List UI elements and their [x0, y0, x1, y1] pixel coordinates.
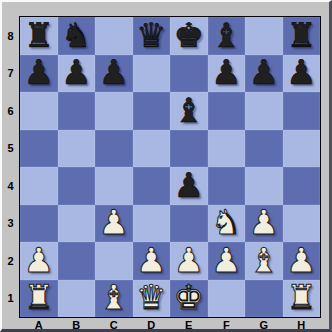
file-label-g: G	[245, 318, 283, 332]
black-bishop[interactable]: ♝	[211, 18, 241, 52]
square-a3[interactable]	[20, 205, 58, 243]
black-bishop[interactable]: ♝	[174, 93, 204, 127]
square-e2[interactable]: ♟	[170, 242, 208, 280]
square-c8[interactable]	[95, 17, 133, 55]
square-f7[interactable]: ♟	[208, 55, 246, 93]
file-labels: ABCDEFGH	[20, 318, 320, 332]
square-b4[interactable]	[58, 167, 96, 205]
black-pawn[interactable]: ♟	[211, 55, 241, 89]
square-f8[interactable]: ♝	[208, 17, 246, 55]
black-knight[interactable]: ♞	[61, 18, 91, 52]
rank-label-6: 6	[2, 92, 19, 130]
square-c4[interactable]	[95, 167, 133, 205]
square-f6[interactable]	[208, 92, 246, 130]
square-h6[interactable]	[283, 92, 321, 130]
white-bishop[interactable]: ♝	[249, 243, 279, 277]
square-h8[interactable]: ♜	[283, 17, 321, 55]
chessboard[interactable]: ♜♞♛♚♝♜♟♟♟♟♟♟♝♟♟♞♟♟♟♟♟♝♟♜♝♛♚♜	[19, 16, 321, 318]
square-c7[interactable]: ♟	[95, 55, 133, 93]
rank-label-2: 2	[2, 242, 19, 280]
square-c2[interactable]	[95, 242, 133, 280]
white-pawn[interactable]: ♟	[211, 243, 241, 277]
rank-label-5: 5	[2, 130, 19, 168]
square-b6[interactable]	[58, 92, 96, 130]
square-a8[interactable]: ♜	[20, 17, 58, 55]
square-g8[interactable]	[245, 17, 283, 55]
square-g1[interactable]	[245, 280, 283, 318]
square-g7[interactable]: ♟	[245, 55, 283, 93]
rank-label-3: 3	[2, 205, 19, 243]
black-pawn[interactable]: ♟	[99, 55, 129, 89]
square-a1[interactable]: ♜	[20, 280, 58, 318]
white-rook[interactable]: ♜	[24, 280, 54, 314]
square-f2[interactable]: ♟	[208, 242, 246, 280]
square-e4[interactable]: ♟	[170, 167, 208, 205]
square-c1[interactable]: ♝	[95, 280, 133, 318]
square-b7[interactable]: ♟	[58, 55, 96, 93]
square-b1[interactable]	[58, 280, 96, 318]
white-queen[interactable]: ♛	[136, 280, 166, 314]
white-pawn[interactable]: ♟	[249, 205, 279, 239]
square-h5[interactable]	[283, 130, 321, 168]
black-queen[interactable]: ♛	[136, 18, 166, 52]
square-a2[interactable]: ♟	[20, 242, 58, 280]
square-c3[interactable]: ♟	[95, 205, 133, 243]
square-g5[interactable]	[245, 130, 283, 168]
black-pawn[interactable]: ♟	[249, 55, 279, 89]
square-g2[interactable]: ♝	[245, 242, 283, 280]
square-d8[interactable]: ♛	[133, 17, 171, 55]
square-e6[interactable]: ♝	[170, 92, 208, 130]
square-e3[interactable]	[170, 205, 208, 243]
square-h7[interactable]: ♟	[283, 55, 321, 93]
file-label-a: A	[20, 318, 58, 332]
file-label-h: H	[283, 318, 321, 332]
square-g4[interactable]	[245, 167, 283, 205]
black-king[interactable]: ♚	[174, 18, 204, 52]
file-label-c: C	[95, 318, 133, 332]
white-pawn[interactable]: ♟	[136, 243, 166, 277]
square-h1[interactable]: ♜	[283, 280, 321, 318]
square-f4[interactable]	[208, 167, 246, 205]
file-label-d: D	[133, 318, 171, 332]
chess-app-window: 87654321 ♜♞♛♚♝♜♟♟♟♟♟♟♝♟♟♞♟♟♟♟♟♝♟♜♝♛♚♜ AB…	[0, 0, 332, 332]
square-c5[interactable]	[95, 130, 133, 168]
rank-label-1: 1	[2, 280, 19, 318]
square-f1[interactable]	[208, 280, 246, 318]
white-pawn[interactable]: ♟	[286, 243, 316, 277]
square-b3[interactable]	[58, 205, 96, 243]
black-pawn[interactable]: ♟	[174, 168, 204, 202]
square-a7[interactable]: ♟	[20, 55, 58, 93]
black-rook[interactable]: ♜	[286, 18, 316, 52]
white-pawn[interactable]: ♟	[99, 205, 129, 239]
square-h3[interactable]	[283, 205, 321, 243]
square-b2[interactable]	[58, 242, 96, 280]
square-d2[interactable]: ♟	[133, 242, 171, 280]
white-rook[interactable]: ♜	[286, 280, 316, 314]
square-d3[interactable]	[133, 205, 171, 243]
square-d1[interactable]: ♛	[133, 280, 171, 318]
black-pawn[interactable]: ♟	[24, 55, 54, 89]
square-e8[interactable]: ♚	[170, 17, 208, 55]
square-g3[interactable]: ♟	[245, 205, 283, 243]
rank-labels: 87654321	[2, 17, 19, 317]
black-rook[interactable]: ♜	[24, 18, 54, 52]
square-a6[interactable]	[20, 92, 58, 130]
file-label-e: E	[170, 318, 208, 332]
square-e5[interactable]	[170, 130, 208, 168]
square-d4[interactable]	[133, 167, 171, 205]
square-g6[interactable]	[245, 92, 283, 130]
black-pawn[interactable]: ♟	[61, 55, 91, 89]
rank-label-4: 4	[2, 167, 19, 205]
square-b8[interactable]: ♞	[58, 17, 96, 55]
file-label-f: F	[208, 318, 246, 332]
square-h4[interactable]	[283, 167, 321, 205]
square-f3[interactable]: ♞	[208, 205, 246, 243]
white-pawn[interactable]: ♟	[174, 243, 204, 277]
file-label-b: B	[58, 318, 96, 332]
square-e1[interactable]: ♚	[170, 280, 208, 318]
rank-label-8: 8	[2, 17, 19, 55]
white-king[interactable]: ♚	[174, 280, 204, 314]
square-d6[interactable]	[133, 92, 171, 130]
square-b5[interactable]	[58, 130, 96, 168]
white-knight[interactable]: ♞	[211, 205, 241, 239]
square-h2[interactable]: ♟	[283, 242, 321, 280]
square-d5[interactable]	[133, 130, 171, 168]
square-d7[interactable]	[133, 55, 171, 93]
white-bishop[interactable]: ♝	[99, 280, 129, 314]
square-e7[interactable]	[170, 55, 208, 93]
white-pawn[interactable]: ♟	[24, 243, 54, 277]
rank-label-7: 7	[2, 55, 19, 93]
black-pawn[interactable]: ♟	[286, 55, 316, 89]
square-f5[interactable]	[208, 130, 246, 168]
square-a5[interactable]	[20, 130, 58, 168]
square-a4[interactable]	[20, 167, 58, 205]
square-c6[interactable]	[95, 92, 133, 130]
